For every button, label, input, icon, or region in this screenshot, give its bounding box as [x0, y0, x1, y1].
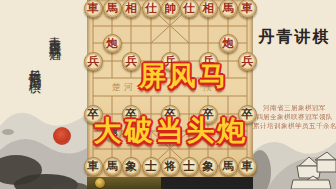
xiangqi-piece-red[interactable]: 仕 [180, 0, 199, 18]
river-label-left: 楚河 [112, 81, 136, 94]
right-ink-panel: 丹青讲棋 河南省三届象棋冠军 四届全象棋联赛冠军领队 累计培训象棋学员五千余名 [253, 0, 336, 189]
overlay-title-line2: 大破当头炮 [94, 112, 249, 150]
ink-wash-art-left [0, 0, 87, 189]
xiangqi-piece-red[interactable]: 兵 [238, 52, 257, 71]
xiangqi-piece-red[interactable]: 仕 [142, 0, 161, 18]
left-ink-panel: 青山不厌三杯酒 长日惟消一局棋 [0, 0, 87, 189]
xiangqi-piece-red[interactable]: 馬 [219, 0, 238, 18]
xiangqi-piece-red[interactable]: 相 [199, 0, 218, 18]
app-bottom-bar [87, 177, 253, 189]
xiangqi-piece-black[interactable]: 車 [238, 157, 257, 176]
xiangqi-piece-red[interactable]: 炮 [219, 34, 238, 53]
xiangqi-piece-red[interactable]: 兵 [84, 52, 103, 71]
xiangqi-piece-red[interactable]: 相 [122, 0, 141, 18]
xiangqi-piece-red[interactable]: 帥 [161, 0, 180, 18]
app-logo-icon [95, 178, 105, 188]
red-sun [53, 127, 71, 145]
xiangqi-piece-black[interactable]: 士 [142, 157, 161, 176]
overlay-title-line1: 屏风马 [139, 58, 229, 94]
xiangqi-piece-black[interactable]: 象 [122, 157, 141, 176]
xiangqi-piece-red[interactable]: 炮 [103, 34, 122, 53]
couplet-line-2: 长日惟消一局棋 [26, 60, 43, 74]
bottom-dark-box [161, 177, 253, 189]
xiangqi-piece-black[interactable]: 馬 [103, 157, 122, 176]
xiangqi-piece-red[interactable]: 車 [238, 0, 257, 18]
xiangqi-piece-black[interactable]: 馬 [219, 157, 238, 176]
video-thumbnail: 青山不厌三杯酒 长日惟消一局棋 丹青讲棋 河南省三届象棋冠军 四届全象棋联赛冠军… [0, 0, 336, 189]
ink-dot [2, 129, 14, 135]
credential-line: 四届全象棋联赛冠军领队 [253, 113, 336, 122]
xiangqi-piece-red[interactable]: 馬 [103, 0, 122, 18]
credential-line: 累计培训象棋学员五千余名 [253, 122, 336, 131]
xiangqi-board[interactable]: 楚河 漢界 車馬相仕帥仕相馬車炮炮兵兵兵兵兵卒卒卒卒卒炮炮車馬象士将士象馬車 [87, 0, 253, 189]
channel-title: 丹青讲棋 [253, 27, 336, 48]
xiangqi-piece-black[interactable]: 象 [199, 157, 218, 176]
xiangqi-piece-red[interactable]: 車 [84, 0, 103, 18]
credential-line: 河南省三届象棋冠军 [253, 104, 336, 113]
couplet-line-1: 青山不厌三杯酒 [46, 27, 63, 41]
xiangqi-piece-red[interactable]: 兵 [122, 52, 141, 71]
xiangqi-piece-black[interactable]: 将 [161, 157, 180, 176]
xiangqi-piece-black[interactable]: 士 [180, 157, 199, 176]
xiangqi-piece-black[interactable]: 車 [84, 157, 103, 176]
